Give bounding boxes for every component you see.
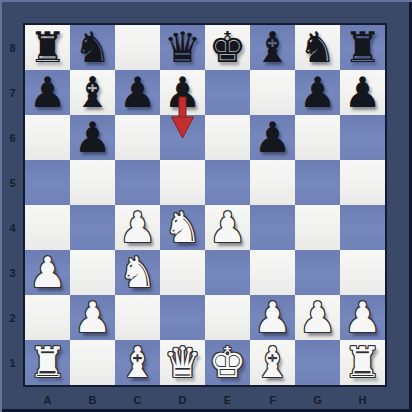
square-h5[interactable]	[340, 160, 385, 205]
rank-labels: 87654321	[0, 25, 25, 385]
square-d3[interactable]	[160, 250, 205, 295]
rank-label-4: 4	[0, 205, 25, 250]
file-label-a: A	[25, 387, 70, 412]
rank-label-3: 3	[0, 250, 25, 295]
square-d8[interactable]: ♛	[160, 25, 205, 70]
black-knight[interactable]: ♞	[70, 25, 115, 70]
white-pawn[interactable]: ♟	[70, 295, 115, 340]
file-label-h: H	[340, 387, 385, 412]
square-a7[interactable]: ♟	[25, 70, 70, 115]
square-g7[interactable]: ♟	[295, 70, 340, 115]
square-h8[interactable]: ♜	[340, 25, 385, 70]
square-c3[interactable]: ♞	[115, 250, 160, 295]
file-labels: ABCDEFGH	[25, 387, 385, 412]
chess-board-frame: 87654321 ABCDEFGH ♜♞♛♚♝♞♜♟♝♟♟♟♟♟♟♟♞♟♟♞♟♟…	[0, 0, 412, 412]
white-pawn[interactable]: ♟	[250, 295, 295, 340]
square-g6[interactable]	[295, 115, 340, 160]
square-c1[interactable]: ♝	[115, 340, 160, 385]
white-pawn[interactable]: ♟	[115, 205, 160, 250]
white-bishop[interactable]: ♝	[115, 340, 160, 385]
square-d2[interactable]	[160, 295, 205, 340]
square-a6[interactable]	[25, 115, 70, 160]
black-queen[interactable]: ♛	[160, 25, 205, 70]
square-h1[interactable]: ♜	[340, 340, 385, 385]
black-pawn[interactable]: ♟	[115, 70, 160, 115]
square-e8[interactable]: ♚	[205, 25, 250, 70]
square-a1[interactable]: ♜	[25, 340, 70, 385]
square-a4[interactable]	[25, 205, 70, 250]
black-pawn[interactable]: ♟	[160, 70, 205, 115]
file-label-f: F	[250, 387, 295, 412]
square-g4[interactable]	[295, 205, 340, 250]
rank-label-7: 7	[0, 70, 25, 115]
black-bishop[interactable]: ♝	[70, 70, 115, 115]
rank-label-6: 6	[0, 115, 25, 160]
black-pawn[interactable]: ♟	[70, 115, 115, 160]
square-h7[interactable]: ♟	[340, 70, 385, 115]
square-d7[interactable]: ♟	[160, 70, 205, 115]
black-pawn[interactable]: ♟	[340, 70, 385, 115]
square-e4[interactable]: ♟	[205, 205, 250, 250]
square-a2[interactable]	[25, 295, 70, 340]
square-b3[interactable]	[70, 250, 115, 295]
square-f5[interactable]	[250, 160, 295, 205]
white-pawn[interactable]: ♟	[205, 205, 250, 250]
file-label-b: B	[70, 387, 115, 412]
square-e6[interactable]	[205, 115, 250, 160]
square-a8[interactable]: ♜	[25, 25, 70, 70]
file-label-e: E	[205, 387, 250, 412]
square-g1[interactable]	[295, 340, 340, 385]
square-f2[interactable]: ♟	[250, 295, 295, 340]
square-b4[interactable]	[70, 205, 115, 250]
square-g5[interactable]	[295, 160, 340, 205]
square-c7[interactable]: ♟	[115, 70, 160, 115]
square-c6[interactable]	[115, 115, 160, 160]
file-label-g: G	[295, 387, 340, 412]
square-h6[interactable]	[340, 115, 385, 160]
square-f6[interactable]: ♟	[250, 115, 295, 160]
file-label-d: D	[160, 387, 205, 412]
chess-board: ♜♞♛♚♝♞♜♟♝♟♟♟♟♟♟♟♞♟♟♞♟♟♟♟♜♝♛♚♝♜	[25, 25, 385, 385]
square-a5[interactable]	[25, 160, 70, 205]
white-king[interactable]: ♚	[205, 340, 250, 385]
black-rook[interactable]: ♜	[25, 25, 70, 70]
square-b2[interactable]: ♟	[70, 295, 115, 340]
square-g8[interactable]: ♞	[295, 25, 340, 70]
square-c2[interactable]	[115, 295, 160, 340]
white-rook[interactable]: ♜	[340, 340, 385, 385]
square-d1[interactable]: ♛	[160, 340, 205, 385]
rank-label-8: 8	[0, 25, 25, 70]
square-a3[interactable]: ♟	[25, 250, 70, 295]
square-d5[interactable]	[160, 160, 205, 205]
square-c5[interactable]	[115, 160, 160, 205]
white-knight[interactable]: ♞	[160, 205, 205, 250]
square-e7[interactable]	[205, 70, 250, 115]
rank-label-1: 1	[0, 340, 25, 385]
square-h4[interactable]	[340, 205, 385, 250]
white-rook[interactable]: ♜	[25, 340, 70, 385]
black-pawn[interactable]: ♟	[25, 70, 70, 115]
square-c8[interactable]	[115, 25, 160, 70]
black-pawn[interactable]: ♟	[250, 115, 295, 160]
square-d6[interactable]	[160, 115, 205, 160]
square-b8[interactable]: ♞	[70, 25, 115, 70]
square-e5[interactable]	[205, 160, 250, 205]
white-pawn[interactable]: ♟	[340, 295, 385, 340]
square-c4[interactable]: ♟	[115, 205, 160, 250]
square-g3[interactable]	[295, 250, 340, 295]
square-e1[interactable]: ♚	[205, 340, 250, 385]
square-f1[interactable]: ♝	[250, 340, 295, 385]
black-rook[interactable]: ♜	[340, 25, 385, 70]
square-b1[interactable]	[70, 340, 115, 385]
square-f7[interactable]	[250, 70, 295, 115]
square-e2[interactable]	[205, 295, 250, 340]
square-h2[interactable]: ♟	[340, 295, 385, 340]
black-king[interactable]: ♚	[205, 25, 250, 70]
black-pawn[interactable]: ♟	[295, 70, 340, 115]
white-queen[interactable]: ♛	[160, 340, 205, 385]
square-d4[interactable]: ♞	[160, 205, 205, 250]
black-bishop[interactable]: ♝	[250, 25, 295, 70]
square-f4[interactable]	[250, 205, 295, 250]
white-pawn[interactable]: ♟	[25, 250, 70, 295]
white-knight[interactable]: ♞	[115, 250, 160, 295]
square-h3[interactable]	[340, 250, 385, 295]
rank-label-5: 5	[0, 160, 25, 205]
rank-label-2: 2	[0, 295, 25, 340]
file-label-c: C	[115, 387, 160, 412]
square-g2[interactable]: ♟	[295, 295, 340, 340]
square-b7[interactable]: ♝	[70, 70, 115, 115]
white-pawn[interactable]: ♟	[295, 295, 340, 340]
white-bishop[interactable]: ♝	[250, 340, 295, 385]
square-b5[interactable]	[70, 160, 115, 205]
square-f3[interactable]	[250, 250, 295, 295]
square-e3[interactable]	[205, 250, 250, 295]
square-b6[interactable]: ♟	[70, 115, 115, 160]
black-knight[interactable]: ♞	[295, 25, 340, 70]
square-f8[interactable]: ♝	[250, 25, 295, 70]
